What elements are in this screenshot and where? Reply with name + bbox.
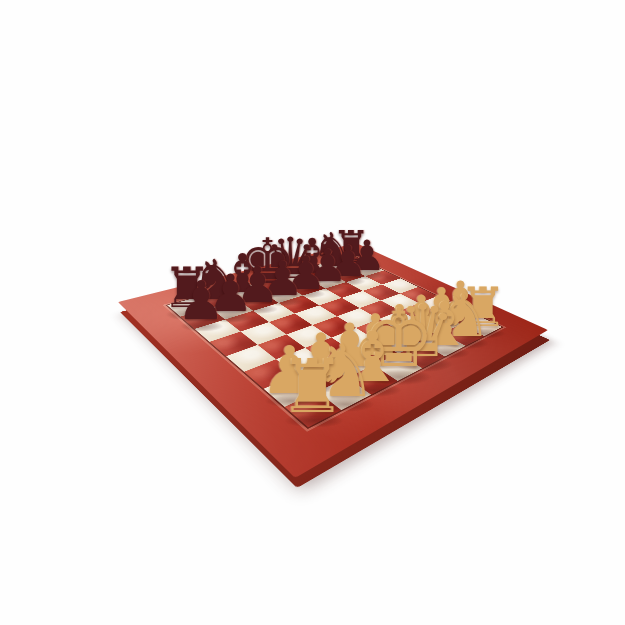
chess-board bbox=[118, 243, 548, 478]
product-photo-scene: ♜♞♟♝♟♛♟♚♟♝♟♞♟♜♟♟♟♟♜♟♞♟♝♟♛♟♚♟♝♟♞♜ bbox=[0, 0, 625, 625]
